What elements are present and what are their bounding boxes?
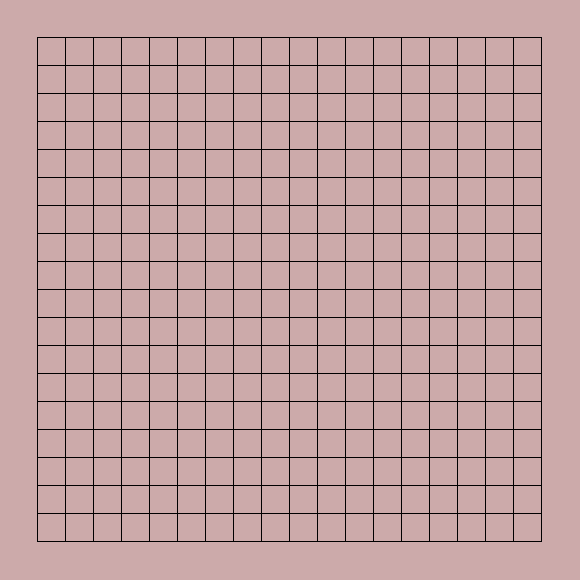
go-board-app <box>0 0 580 580</box>
grid-lines <box>37 37 542 542</box>
go-board <box>23 23 555 555</box>
